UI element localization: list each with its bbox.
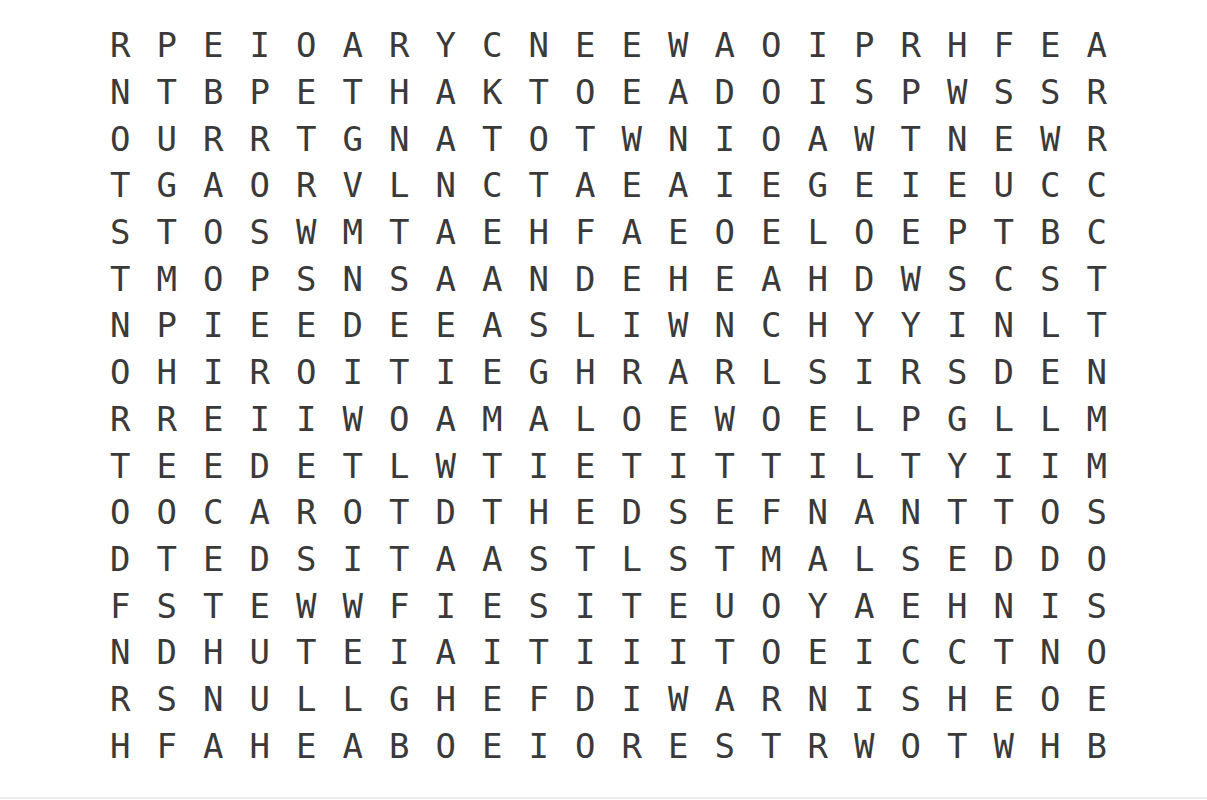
grid-cell-r7c3[interactable]: I <box>190 302 237 349</box>
grid-cell-r10c8[interactable]: W <box>423 442 470 489</box>
grid-cell-r1c6[interactable]: A <box>330 22 377 69</box>
grid-cell-r16c1[interactable]: H <box>97 722 144 769</box>
grid-cell-r7c6[interactable]: D <box>330 302 377 349</box>
grid-cell-r16c2[interactable]: F <box>144 722 191 769</box>
grid-cell-r3c15[interactable]: O <box>748 115 795 162</box>
grid-cell-r1c7[interactable]: R <box>376 22 423 69</box>
grid-cell-r7c21[interactable]: L <box>1027 302 1074 349</box>
grid-cell-r16c21[interactable]: H <box>1027 722 1074 769</box>
grid-cell-r5c8[interactable]: A <box>423 209 470 256</box>
grid-cell-r8c9[interactable]: E <box>469 349 516 396</box>
grid-cell-r7c18[interactable]: Y <box>888 302 935 349</box>
grid-cell-r1c12[interactable]: E <box>609 22 656 69</box>
grid-cell-r15c22[interactable]: E <box>1074 676 1121 723</box>
grid-cell-r10c15[interactable]: T <box>748 442 795 489</box>
grid-cell-r10c18[interactable]: T <box>888 442 935 489</box>
grid-cell-r11c20[interactable]: T <box>981 489 1028 536</box>
grid-cell-r2c21[interactable]: S <box>1027 69 1074 116</box>
grid-cell-r10c11[interactable]: E <box>562 442 609 489</box>
grid-cell-r16c13[interactable]: E <box>655 722 702 769</box>
grid-cell-r11c5[interactable]: R <box>283 489 330 536</box>
grid-cell-r16c6[interactable]: A <box>330 722 377 769</box>
grid-cell-r6c6[interactable]: N <box>330 255 377 302</box>
grid-cell-r4c13[interactable]: A <box>655 162 702 209</box>
grid-cell-r9c21[interactable]: L <box>1027 396 1074 443</box>
grid-cell-r16c7[interactable]: B <box>376 722 423 769</box>
grid-cell-r6c3[interactable]: O <box>190 255 237 302</box>
grid-cell-r14c12[interactable]: I <box>609 629 656 676</box>
grid-cell-r13c5[interactable]: W <box>283 582 330 629</box>
grid-cell-r4c12[interactable]: E <box>609 162 656 209</box>
grid-cell-r10c1[interactable]: T <box>97 442 144 489</box>
grid-cell-r4c6[interactable]: V <box>330 162 377 209</box>
grid-cell-r9c9[interactable]: M <box>469 396 516 443</box>
grid-cell-r5c17[interactable]: O <box>841 209 888 256</box>
grid-cell-r4c10[interactable]: T <box>516 162 563 209</box>
grid-cell-r3c18[interactable]: T <box>888 115 935 162</box>
grid-cell-r16c20[interactable]: W <box>981 722 1028 769</box>
grid-cell-r13c17[interactable]: A <box>841 582 888 629</box>
grid-cell-r11c7[interactable]: T <box>376 489 423 536</box>
grid-cell-r3c3[interactable]: R <box>190 115 237 162</box>
grid-cell-r14c13[interactable]: I <box>655 629 702 676</box>
grid-cell-r13c19[interactable]: H <box>934 582 981 629</box>
grid-cell-r4c21[interactable]: C <box>1027 162 1074 209</box>
grid-cell-r13c1[interactable]: F <box>97 582 144 629</box>
grid-cell-r8c5[interactable]: O <box>283 349 330 396</box>
grid-cell-r9c8[interactable]: A <box>423 396 470 443</box>
grid-cell-r15c1[interactable]: R <box>97 676 144 723</box>
grid-cell-r14c1[interactable]: N <box>97 629 144 676</box>
grid-cell-r2c8[interactable]: A <box>423 69 470 116</box>
grid-cell-r16c12[interactable]: R <box>609 722 656 769</box>
grid-cell-r15c2[interactable]: S <box>144 676 191 723</box>
grid-cell-r14c7[interactable]: I <box>376 629 423 676</box>
grid-cell-r4c5[interactable]: R <box>283 162 330 209</box>
grid-cell-r4c16[interactable]: G <box>795 162 842 209</box>
grid-cell-r9c19[interactable]: G <box>934 396 981 443</box>
grid-cell-r12c16[interactable]: A <box>795 536 842 583</box>
grid-cell-r12c2[interactable]: T <box>144 536 191 583</box>
grid-cell-r4c17[interactable]: E <box>841 162 888 209</box>
grid-cell-r3c14[interactable]: I <box>702 115 749 162</box>
grid-cell-r7c14[interactable]: N <box>702 302 749 349</box>
grid-cell-r3c8[interactable]: A <box>423 115 470 162</box>
grid-cell-r9c16[interactable]: E <box>795 396 842 443</box>
grid-cell-r2c6[interactable]: T <box>330 69 377 116</box>
grid-cell-r5c5[interactable]: W <box>283 209 330 256</box>
grid-cell-r2c18[interactable]: P <box>888 69 935 116</box>
grid-cell-r15c4[interactable]: U <box>237 676 284 723</box>
grid-cell-r13c4[interactable]: E <box>237 582 284 629</box>
grid-cell-r15c13[interactable]: W <box>655 676 702 723</box>
grid-cell-r12c15[interactable]: M <box>748 536 795 583</box>
grid-cell-r15c3[interactable]: N <box>190 676 237 723</box>
grid-cell-r5c19[interactable]: P <box>934 209 981 256</box>
grid-cell-r3c12[interactable]: W <box>609 115 656 162</box>
grid-cell-r1c5[interactable]: O <box>283 22 330 69</box>
grid-cell-r14c14[interactable]: T <box>702 629 749 676</box>
grid-cell-r14c22[interactable]: O <box>1074 629 1121 676</box>
grid-cell-r2c19[interactable]: W <box>934 69 981 116</box>
grid-cell-r7c1[interactable]: N <box>97 302 144 349</box>
grid-cell-r16c17[interactable]: W <box>841 722 888 769</box>
grid-cell-r6c22[interactable]: T <box>1074 255 1121 302</box>
grid-cell-r3c19[interactable]: N <box>934 115 981 162</box>
grid-cell-r3c16[interactable]: A <box>795 115 842 162</box>
grid-cell-r2c14[interactable]: D <box>702 69 749 116</box>
grid-cell-r1c1[interactable]: R <box>97 22 144 69</box>
grid-cell-r8c16[interactable]: S <box>795 349 842 396</box>
grid-cell-r7c4[interactable]: E <box>237 302 284 349</box>
grid-cell-r8c12[interactable]: R <box>609 349 656 396</box>
grid-cell-r3c1[interactable]: O <box>97 115 144 162</box>
grid-cell-r10c5[interactable]: E <box>283 442 330 489</box>
grid-cell-r14c19[interactable]: C <box>934 629 981 676</box>
grid-cell-r11c19[interactable]: T <box>934 489 981 536</box>
grid-cell-r12c13[interactable]: S <box>655 536 702 583</box>
grid-cell-r4c18[interactable]: I <box>888 162 935 209</box>
grid-cell-r15c12[interactable]: I <box>609 676 656 723</box>
grid-cell-r2c15[interactable]: O <box>748 69 795 116</box>
grid-cell-r16c19[interactable]: T <box>934 722 981 769</box>
grid-cell-r13c14[interactable]: U <box>702 582 749 629</box>
grid-cell-r15c5[interactable]: L <box>283 676 330 723</box>
grid-cell-r14c10[interactable]: T <box>516 629 563 676</box>
grid-cell-r2c10[interactable]: T <box>516 69 563 116</box>
grid-cell-r15c17[interactable]: I <box>841 676 888 723</box>
grid-cell-r9c15[interactable]: O <box>748 396 795 443</box>
grid-cell-r8c3[interactable]: I <box>190 349 237 396</box>
grid-cell-r15c8[interactable]: H <box>423 676 470 723</box>
grid-cell-r3c4[interactable]: R <box>237 115 284 162</box>
grid-cell-r5c10[interactable]: H <box>516 209 563 256</box>
grid-cell-r4c1[interactable]: T <box>97 162 144 209</box>
grid-cell-r13c21[interactable]: I <box>1027 582 1074 629</box>
grid-cell-r6c13[interactable]: H <box>655 255 702 302</box>
grid-cell-r5c9[interactable]: E <box>469 209 516 256</box>
grid-cell-r3c7[interactable]: N <box>376 115 423 162</box>
grid-cell-r1c3[interactable]: E <box>190 22 237 69</box>
grid-cell-r7c9[interactable]: A <box>469 302 516 349</box>
grid-cell-r16c8[interactable]: O <box>423 722 470 769</box>
grid-cell-r6c10[interactable]: N <box>516 255 563 302</box>
grid-cell-r5c20[interactable]: T <box>981 209 1028 256</box>
grid-cell-r8c7[interactable]: T <box>376 349 423 396</box>
grid-cell-r14c3[interactable]: H <box>190 629 237 676</box>
grid-cell-r10c12[interactable]: T <box>609 442 656 489</box>
grid-cell-r10c16[interactable]: I <box>795 442 842 489</box>
grid-cell-r9c12[interactable]: O <box>609 396 656 443</box>
grid-cell-r9c17[interactable]: L <box>841 396 888 443</box>
grid-cell-r1c10[interactable]: N <box>516 22 563 69</box>
grid-cell-r15c20[interactable]: E <box>981 676 1028 723</box>
grid-cell-r4c3[interactable]: A <box>190 162 237 209</box>
grid-cell-r2c2[interactable]: T <box>144 69 191 116</box>
grid-cell-r3c5[interactable]: T <box>283 115 330 162</box>
grid-cell-r9c20[interactable]: L <box>981 396 1028 443</box>
grid-cell-r4c20[interactable]: U <box>981 162 1028 209</box>
grid-cell-r15c18[interactable]: S <box>888 676 935 723</box>
grid-cell-r4c4[interactable]: O <box>237 162 284 209</box>
grid-cell-r3c13[interactable]: N <box>655 115 702 162</box>
grid-cell-r9c4[interactable]: I <box>237 396 284 443</box>
grid-cell-r3c22[interactable]: R <box>1074 115 1121 162</box>
grid-cell-r6c14[interactable]: E <box>702 255 749 302</box>
grid-cell-r10c4[interactable]: D <box>237 442 284 489</box>
grid-cell-r15c11[interactable]: D <box>562 676 609 723</box>
grid-cell-r11c16[interactable]: N <box>795 489 842 536</box>
grid-cell-r11c11[interactable]: E <box>562 489 609 536</box>
grid-cell-r7c2[interactable]: P <box>144 302 191 349</box>
grid-cell-r12c3[interactable]: E <box>190 536 237 583</box>
grid-cell-r15c9[interactable]: E <box>469 676 516 723</box>
grid-cell-r14c11[interactable]: I <box>562 629 609 676</box>
grid-cell-r9c11[interactable]: L <box>562 396 609 443</box>
grid-cell-r14c15[interactable]: O <box>748 629 795 676</box>
grid-cell-r10c20[interactable]: I <box>981 442 1028 489</box>
grid-cell-r8c20[interactable]: D <box>981 349 1028 396</box>
grid-cell-r9c13[interactable]: E <box>655 396 702 443</box>
grid-cell-r7c20[interactable]: N <box>981 302 1028 349</box>
grid-cell-r9c1[interactable]: R <box>97 396 144 443</box>
grid-cell-r13c13[interactable]: E <box>655 582 702 629</box>
grid-cell-r5c4[interactable]: S <box>237 209 284 256</box>
grid-cell-r10c10[interactable]: I <box>516 442 563 489</box>
grid-cell-r10c22[interactable]: M <box>1074 442 1121 489</box>
grid-cell-r4c15[interactable]: E <box>748 162 795 209</box>
grid-cell-r12c22[interactable]: O <box>1074 536 1121 583</box>
grid-cell-r4c14[interactable]: I <box>702 162 749 209</box>
grid-cell-r5c18[interactable]: E <box>888 209 935 256</box>
grid-cell-r11c15[interactable]: F <box>748 489 795 536</box>
grid-cell-r16c18[interactable]: O <box>888 722 935 769</box>
grid-cell-r7c5[interactable]: E <box>283 302 330 349</box>
grid-cell-r16c16[interactable]: R <box>795 722 842 769</box>
grid-cell-r2c22[interactable]: R <box>1074 69 1121 116</box>
grid-cell-r6c20[interactable]: C <box>981 255 1028 302</box>
grid-cell-r7c15[interactable]: C <box>748 302 795 349</box>
grid-cell-r6c18[interactable]: W <box>888 255 935 302</box>
grid-cell-r2c1[interactable]: N <box>97 69 144 116</box>
grid-cell-r10c19[interactable]: Y <box>934 442 981 489</box>
grid-cell-r16c15[interactable]: T <box>748 722 795 769</box>
grid-cell-r11c1[interactable]: O <box>97 489 144 536</box>
grid-cell-r6c11[interactable]: D <box>562 255 609 302</box>
grid-cell-r7c8[interactable]: E <box>423 302 470 349</box>
grid-cell-r4c9[interactable]: C <box>469 162 516 209</box>
grid-cell-r16c14[interactable]: S <box>702 722 749 769</box>
grid-cell-r13c2[interactable]: S <box>144 582 191 629</box>
grid-cell-r1c16[interactable]: I <box>795 22 842 69</box>
grid-cell-r16c11[interactable]: O <box>562 722 609 769</box>
grid-cell-r10c13[interactable]: I <box>655 442 702 489</box>
grid-cell-r15c16[interactable]: N <box>795 676 842 723</box>
grid-cell-r6c2[interactable]: M <box>144 255 191 302</box>
grid-cell-r13c16[interactable]: Y <box>795 582 842 629</box>
grid-cell-r4c22[interactable]: C <box>1074 162 1121 209</box>
grid-cell-r12c20[interactable]: D <box>981 536 1028 583</box>
grid-cell-r12c12[interactable]: L <box>609 536 656 583</box>
grid-cell-r3c10[interactable]: O <box>516 115 563 162</box>
grid-cell-r5c1[interactable]: S <box>97 209 144 256</box>
grid-cell-r13c6[interactable]: W <box>330 582 377 629</box>
grid-cell-r6c7[interactable]: S <box>376 255 423 302</box>
grid-cell-r1c4[interactable]: I <box>237 22 284 69</box>
grid-cell-r13c10[interactable]: S <box>516 582 563 629</box>
grid-cell-r8c4[interactable]: R <box>237 349 284 396</box>
grid-cell-r13c12[interactable]: T <box>609 582 656 629</box>
grid-cell-r12c1[interactable]: D <box>97 536 144 583</box>
grid-cell-r8c15[interactable]: L <box>748 349 795 396</box>
grid-cell-r11c6[interactable]: O <box>330 489 377 536</box>
grid-cell-r8c18[interactable]: R <box>888 349 935 396</box>
grid-cell-r14c4[interactable]: U <box>237 629 284 676</box>
grid-cell-r15c14[interactable]: A <box>702 676 749 723</box>
grid-cell-r13c18[interactable]: E <box>888 582 935 629</box>
grid-cell-r15c6[interactable]: L <box>330 676 377 723</box>
grid-cell-r10c21[interactable]: I <box>1027 442 1074 489</box>
grid-cell-r15c19[interactable]: H <box>934 676 981 723</box>
grid-cell-r12c14[interactable]: T <box>702 536 749 583</box>
grid-cell-r5c21[interactable]: B <box>1027 209 1074 256</box>
grid-cell-r1c15[interactable]: O <box>748 22 795 69</box>
grid-cell-r1c13[interactable]: W <box>655 22 702 69</box>
grid-cell-r4c7[interactable]: L <box>376 162 423 209</box>
grid-cell-r14c6[interactable]: E <box>330 629 377 676</box>
grid-cell-r9c2[interactable]: R <box>144 396 191 443</box>
grid-cell-r11c2[interactable]: O <box>144 489 191 536</box>
grid-cell-r4c11[interactable]: A <box>562 162 609 209</box>
grid-cell-r14c8[interactable]: A <box>423 629 470 676</box>
grid-cell-r2c5[interactable]: E <box>283 69 330 116</box>
grid-cell-r3c9[interactable]: T <box>469 115 516 162</box>
grid-cell-r13c20[interactable]: N <box>981 582 1028 629</box>
grid-cell-r8c22[interactable]: N <box>1074 349 1121 396</box>
grid-cell-r4c2[interactable]: G <box>144 162 191 209</box>
grid-cell-r13c8[interactable]: I <box>423 582 470 629</box>
grid-cell-r6c1[interactable]: T <box>97 255 144 302</box>
grid-cell-r10c17[interactable]: L <box>841 442 888 489</box>
grid-cell-r2c4[interactable]: P <box>237 69 284 116</box>
grid-cell-r8c6[interactable]: I <box>330 349 377 396</box>
grid-cell-r5c12[interactable]: A <box>609 209 656 256</box>
grid-cell-r1c8[interactable]: Y <box>423 22 470 69</box>
grid-cell-r12c8[interactable]: A <box>423 536 470 583</box>
grid-cell-r14c18[interactable]: C <box>888 629 935 676</box>
grid-cell-r16c10[interactable]: I <box>516 722 563 769</box>
grid-cell-r2c3[interactable]: B <box>190 69 237 116</box>
grid-cell-r10c6[interactable]: T <box>330 442 377 489</box>
grid-cell-r14c20[interactable]: T <box>981 629 1028 676</box>
grid-cell-r11c21[interactable]: O <box>1027 489 1074 536</box>
grid-cell-r6c15[interactable]: A <box>748 255 795 302</box>
grid-cell-r1c20[interactable]: F <box>981 22 1028 69</box>
grid-cell-r7c13[interactable]: W <box>655 302 702 349</box>
grid-cell-r5c6[interactable]: M <box>330 209 377 256</box>
grid-cell-r3c17[interactable]: W <box>841 115 888 162</box>
grid-cell-r16c9[interactable]: E <box>469 722 516 769</box>
grid-cell-r1c17[interactable]: P <box>841 22 888 69</box>
grid-cell-r1c14[interactable]: A <box>702 22 749 69</box>
grid-cell-r7c7[interactable]: E <box>376 302 423 349</box>
grid-cell-r10c9[interactable]: T <box>469 442 516 489</box>
grid-cell-r11c22[interactable]: S <box>1074 489 1121 536</box>
grid-cell-r12c9[interactable]: A <box>469 536 516 583</box>
grid-cell-r8c10[interactable]: G <box>516 349 563 396</box>
grid-cell-r14c5[interactable]: T <box>283 629 330 676</box>
grid-cell-r7c16[interactable]: H <box>795 302 842 349</box>
grid-cell-r8c17[interactable]: I <box>841 349 888 396</box>
grid-cell-r4c8[interactable]: N <box>423 162 470 209</box>
grid-cell-r7c22[interactable]: T <box>1074 302 1121 349</box>
grid-cell-r5c22[interactable]: C <box>1074 209 1121 256</box>
grid-cell-r15c15[interactable]: R <box>748 676 795 723</box>
grid-cell-r11c13[interactable]: S <box>655 489 702 536</box>
grid-cell-r8c8[interactable]: I <box>423 349 470 396</box>
grid-cell-r3c20[interactable]: E <box>981 115 1028 162</box>
grid-cell-r11c17[interactable]: A <box>841 489 888 536</box>
grid-cell-r4c19[interactable]: E <box>934 162 981 209</box>
grid-cell-r1c9[interactable]: C <box>469 22 516 69</box>
grid-cell-r12c11[interactable]: T <box>562 536 609 583</box>
grid-cell-r11c4[interactable]: A <box>237 489 284 536</box>
grid-cell-r7c11[interactable]: L <box>562 302 609 349</box>
grid-cell-r15c7[interactable]: G <box>376 676 423 723</box>
grid-cell-r14c21[interactable]: N <box>1027 629 1074 676</box>
grid-cell-r11c14[interactable]: E <box>702 489 749 536</box>
grid-cell-r7c19[interactable]: I <box>934 302 981 349</box>
grid-cell-r12c7[interactable]: T <box>376 536 423 583</box>
grid-cell-r3c21[interactable]: W <box>1027 115 1074 162</box>
grid-cell-r5c7[interactable]: T <box>376 209 423 256</box>
grid-cell-r5c15[interactable]: E <box>748 209 795 256</box>
grid-cell-r12c21[interactable]: D <box>1027 536 1074 583</box>
grid-cell-r15c10[interactable]: F <box>516 676 563 723</box>
grid-cell-r11c3[interactable]: C <box>190 489 237 536</box>
grid-cell-r6c12[interactable]: E <box>609 255 656 302</box>
grid-cell-r12c10[interactable]: S <box>516 536 563 583</box>
grid-cell-r5c16[interactable]: L <box>795 209 842 256</box>
grid-cell-r6c4[interactable]: P <box>237 255 284 302</box>
grid-cell-r16c22[interactable]: B <box>1074 722 1121 769</box>
grid-cell-r10c14[interactable]: T <box>702 442 749 489</box>
grid-cell-r1c2[interactable]: P <box>144 22 191 69</box>
grid-cell-r11c9[interactable]: T <box>469 489 516 536</box>
grid-cell-r2c20[interactable]: S <box>981 69 1028 116</box>
grid-cell-r5c2[interactable]: T <box>144 209 191 256</box>
grid-cell-r1c18[interactable]: R <box>888 22 935 69</box>
grid-cell-r6c21[interactable]: S <box>1027 255 1074 302</box>
grid-cell-r13c22[interactable]: S <box>1074 582 1121 629</box>
grid-cell-r2c16[interactable]: I <box>795 69 842 116</box>
grid-cell-r8c2[interactable]: H <box>144 349 191 396</box>
grid-cell-r2c13[interactable]: A <box>655 69 702 116</box>
grid-cell-r12c19[interactable]: E <box>934 536 981 583</box>
grid-cell-r7c10[interactable]: S <box>516 302 563 349</box>
grid-cell-r10c7[interactable]: L <box>376 442 423 489</box>
grid-cell-r6c19[interactable]: S <box>934 255 981 302</box>
grid-cell-r7c17[interactable]: Y <box>841 302 888 349</box>
grid-cell-r9c5[interactable]: I <box>283 396 330 443</box>
grid-cell-r14c16[interactable]: E <box>795 629 842 676</box>
grid-cell-r13c15[interactable]: O <box>748 582 795 629</box>
grid-cell-r3c6[interactable]: G <box>330 115 377 162</box>
grid-cell-r8c14[interactable]: R <box>702 349 749 396</box>
grid-cell-r11c10[interactable]: H <box>516 489 563 536</box>
grid-cell-r13c9[interactable]: E <box>469 582 516 629</box>
grid-cell-r3c2[interactable]: U <box>144 115 191 162</box>
